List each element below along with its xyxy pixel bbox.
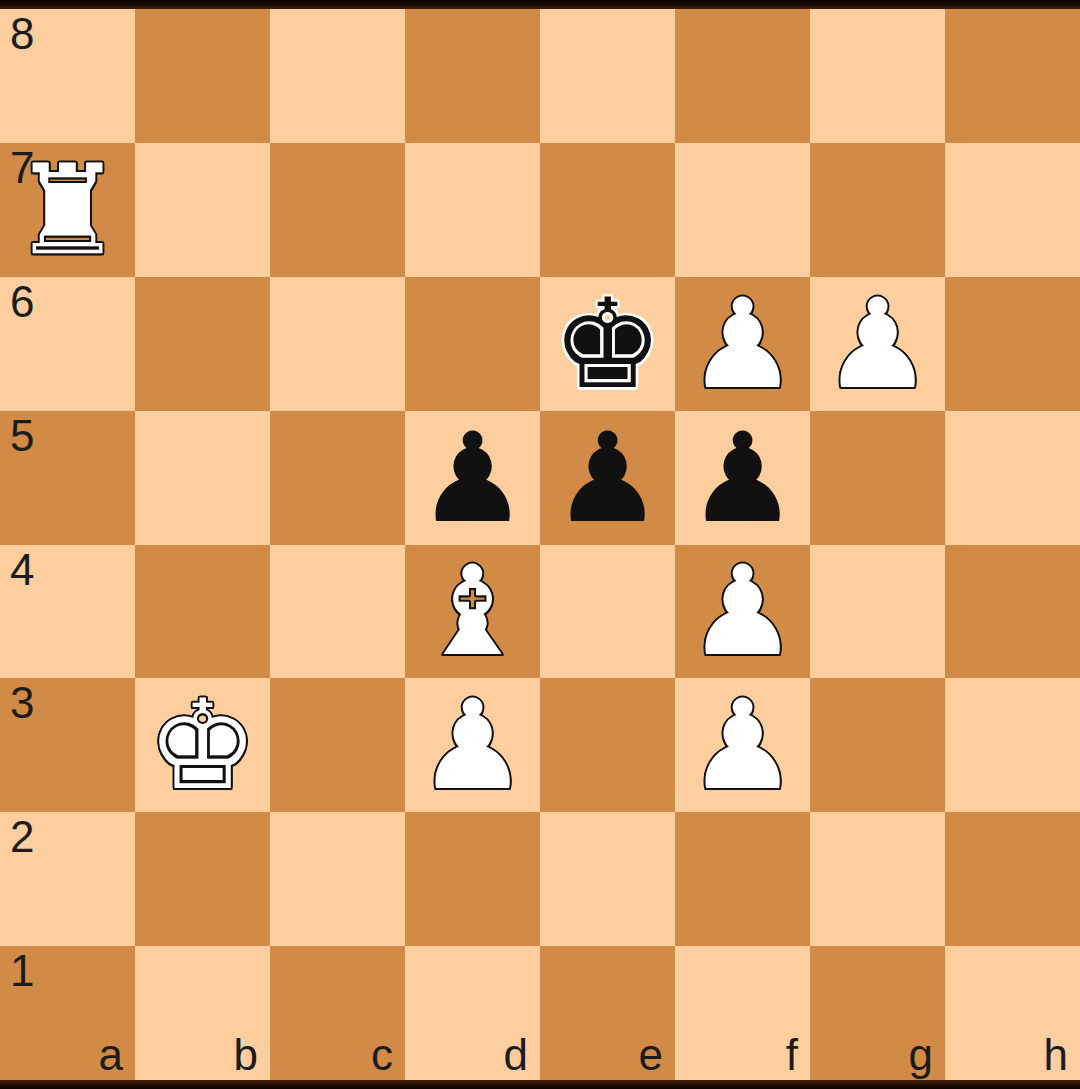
square-c7[interactable] xyxy=(270,143,405,277)
file-label-d: d xyxy=(504,1033,528,1077)
square-f7[interactable] xyxy=(675,143,810,277)
file-label-f: f xyxy=(786,1033,798,1077)
white-pawn-piece[interactable]: ♟ xyxy=(687,282,798,406)
square-g3[interactable] xyxy=(810,678,945,812)
white-rook-piece[interactable]: ♜ xyxy=(12,148,123,272)
square-d2[interactable] xyxy=(405,812,540,946)
file-label-g: g xyxy=(909,1033,933,1077)
square-d8[interactable] xyxy=(405,9,540,143)
white-pawn-piece[interactable]: ♟ xyxy=(687,683,798,807)
white-pawn-piece[interactable]: ♟ xyxy=(417,683,528,807)
square-h8[interactable] xyxy=(945,9,1080,143)
square-c6[interactable] xyxy=(270,277,405,411)
square-e5[interactable]: ♟ xyxy=(540,411,675,545)
white-bishop-piece[interactable]: ♝ xyxy=(417,549,528,673)
black-king-piece[interactable]: ♚ xyxy=(552,282,663,406)
square-d3[interactable]: ♟ xyxy=(405,678,540,812)
square-b4[interactable] xyxy=(135,545,270,679)
square-g5[interactable] xyxy=(810,411,945,545)
rank-label-8: 8 xyxy=(10,12,34,56)
square-h4[interactable] xyxy=(945,545,1080,679)
square-b1[interactable]: b xyxy=(135,946,270,1080)
file-label-e: e xyxy=(639,1033,663,1077)
square-b6[interactable] xyxy=(135,277,270,411)
square-e4[interactable] xyxy=(540,545,675,679)
square-d1[interactable]: d xyxy=(405,946,540,1080)
square-c1[interactable]: c xyxy=(270,946,405,1080)
rank-label-1: 1 xyxy=(10,949,34,993)
rank-label-5: 5 xyxy=(10,414,34,458)
square-f8[interactable] xyxy=(675,9,810,143)
square-c2[interactable] xyxy=(270,812,405,946)
board-bottom-border xyxy=(0,1080,1080,1089)
black-pawn-piece[interactable]: ♟ xyxy=(417,416,528,540)
square-c3[interactable] xyxy=(270,678,405,812)
white-king-piece[interactable]: ♚ xyxy=(147,683,258,807)
square-e2[interactable] xyxy=(540,812,675,946)
file-label-c: c xyxy=(371,1033,393,1077)
chess-app-screen: 87♜6♚♟♟5♟♟♟4♝♟3♚♟♟21abcdefgh xyxy=(0,0,1080,1089)
square-g2[interactable] xyxy=(810,812,945,946)
rank-label-2: 2 xyxy=(10,815,34,859)
square-h7[interactable] xyxy=(945,143,1080,277)
square-a6[interactable]: 6 xyxy=(0,277,135,411)
white-pawn-piece[interactable]: ♟ xyxy=(822,282,933,406)
square-b8[interactable] xyxy=(135,9,270,143)
square-e8[interactable] xyxy=(540,9,675,143)
square-d5[interactable]: ♟ xyxy=(405,411,540,545)
square-a1[interactable]: 1a xyxy=(0,946,135,1080)
file-label-h: h xyxy=(1044,1033,1068,1077)
square-a7[interactable]: 7♜ xyxy=(0,143,135,277)
square-h5[interactable] xyxy=(945,411,1080,545)
square-e1[interactable]: e xyxy=(540,946,675,1080)
square-a3[interactable]: 3 xyxy=(0,678,135,812)
square-f3[interactable]: ♟ xyxy=(675,678,810,812)
square-a4[interactable]: 4 xyxy=(0,545,135,679)
square-c8[interactable] xyxy=(270,9,405,143)
file-label-b: b xyxy=(234,1033,258,1077)
square-f2[interactable] xyxy=(675,812,810,946)
rank-label-3: 3 xyxy=(10,681,34,725)
square-h6[interactable] xyxy=(945,277,1080,411)
square-f6[interactable]: ♟ xyxy=(675,277,810,411)
square-h1[interactable]: h xyxy=(945,946,1080,1080)
square-g4[interactable] xyxy=(810,545,945,679)
square-c5[interactable] xyxy=(270,411,405,545)
board-top-border xyxy=(0,0,1080,9)
square-h2[interactable] xyxy=(945,812,1080,946)
square-g1[interactable]: g xyxy=(810,946,945,1080)
rank-label-4: 4 xyxy=(10,548,34,592)
square-c4[interactable] xyxy=(270,545,405,679)
square-d6[interactable] xyxy=(405,277,540,411)
square-f1[interactable]: f xyxy=(675,946,810,1080)
square-g6[interactable]: ♟ xyxy=(810,277,945,411)
rank-label-6: 6 xyxy=(10,280,34,324)
square-a8[interactable]: 8 xyxy=(0,9,135,143)
square-g7[interactable] xyxy=(810,143,945,277)
square-e7[interactable] xyxy=(540,143,675,277)
square-b3[interactable]: ♚ xyxy=(135,678,270,812)
square-e6[interactable]: ♚ xyxy=(540,277,675,411)
square-h3[interactable] xyxy=(945,678,1080,812)
square-f4[interactable]: ♟ xyxy=(675,545,810,679)
black-pawn-piece[interactable]: ♟ xyxy=(687,416,798,540)
square-d4[interactable]: ♝ xyxy=(405,545,540,679)
black-pawn-piece[interactable]: ♟ xyxy=(552,416,663,540)
square-d7[interactable] xyxy=(405,143,540,277)
square-a5[interactable]: 5 xyxy=(0,411,135,545)
square-b2[interactable] xyxy=(135,812,270,946)
square-a2[interactable]: 2 xyxy=(0,812,135,946)
square-e3[interactable] xyxy=(540,678,675,812)
file-label-a: a xyxy=(99,1033,123,1077)
white-pawn-piece[interactable]: ♟ xyxy=(687,549,798,673)
square-f5[interactable]: ♟ xyxy=(675,411,810,545)
square-b7[interactable] xyxy=(135,143,270,277)
chess-board: 87♜6♚♟♟5♟♟♟4♝♟3♚♟♟21abcdefgh xyxy=(0,9,1080,1080)
square-g8[interactable] xyxy=(810,9,945,143)
square-b5[interactable] xyxy=(135,411,270,545)
